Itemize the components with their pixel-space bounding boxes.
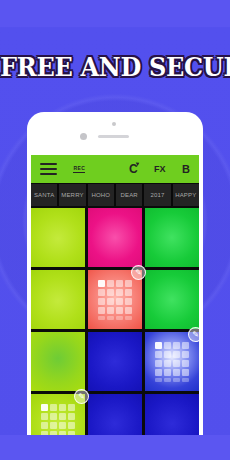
app-toolbar: REC C FX B (31, 155, 199, 183)
edit-pencil-badge[interactable]: ✎ (188, 327, 199, 342)
front-camera-icon (80, 133, 87, 140)
pad-r3c3[interactable]: ✎ (145, 332, 199, 391)
tab-merry[interactable]: MERRY (59, 184, 85, 206)
pad-grid: ✎✎✎ (31, 206, 199, 453)
earpiece-speaker-icon (98, 135, 129, 138)
tab-dear[interactable]: DEAR (116, 184, 142, 206)
pads-grid-icon[interactable] (102, 165, 113, 173)
app-screen: REC C FX B SANTAMERRYHOHODEAR2017HAPPY ✎… (31, 155, 199, 460)
tab-bar: SANTAMERRYHOHODEAR2017HAPPY (31, 183, 199, 206)
pad-r2c1[interactable] (31, 270, 85, 329)
bank-b-button[interactable]: B (182, 163, 190, 175)
pad-r1c3[interactable] (145, 208, 199, 267)
phone-mockup: REC C FX B SANTAMERRYHOHODEAR2017HAPPY ✎… (27, 112, 203, 460)
pad-r3c2[interactable] (88, 332, 142, 391)
pad-r3c1[interactable] (31, 332, 85, 391)
tab-2017[interactable]: 2017 (144, 184, 170, 206)
tab-happy[interactable]: HAPPY (173, 184, 199, 206)
pad-bank-watermark-icon (155, 342, 189, 382)
banner-title: FREE AND SECURE (0, 50, 230, 82)
loop-button[interactable]: C (129, 163, 138, 175)
footer-band (0, 435, 230, 460)
pad-r2c2[interactable]: ✎ (88, 270, 142, 329)
pad-r2c3[interactable] (145, 270, 199, 329)
pad-r1c1[interactable] (31, 208, 85, 267)
pad-bank-watermark-icon (98, 280, 132, 320)
tab-santa[interactable]: SANTA (31, 184, 57, 206)
edit-pencil-badge[interactable]: ✎ (74, 389, 89, 404)
fx-button[interactable]: FX (154, 164, 166, 174)
tab-hoho[interactable]: HOHO (88, 184, 114, 206)
record-button[interactable]: REC (73, 165, 85, 173)
pad-r1c2[interactable] (88, 208, 142, 267)
proximity-sensor-dot-icon (112, 122, 116, 126)
edit-pencil-badge[interactable]: ✎ (131, 265, 146, 280)
menu-icon[interactable] (40, 161, 57, 177)
promo-screenshot: FREE AND SECURE REC C FX B SANTAMERRYHOH… (0, 0, 230, 460)
